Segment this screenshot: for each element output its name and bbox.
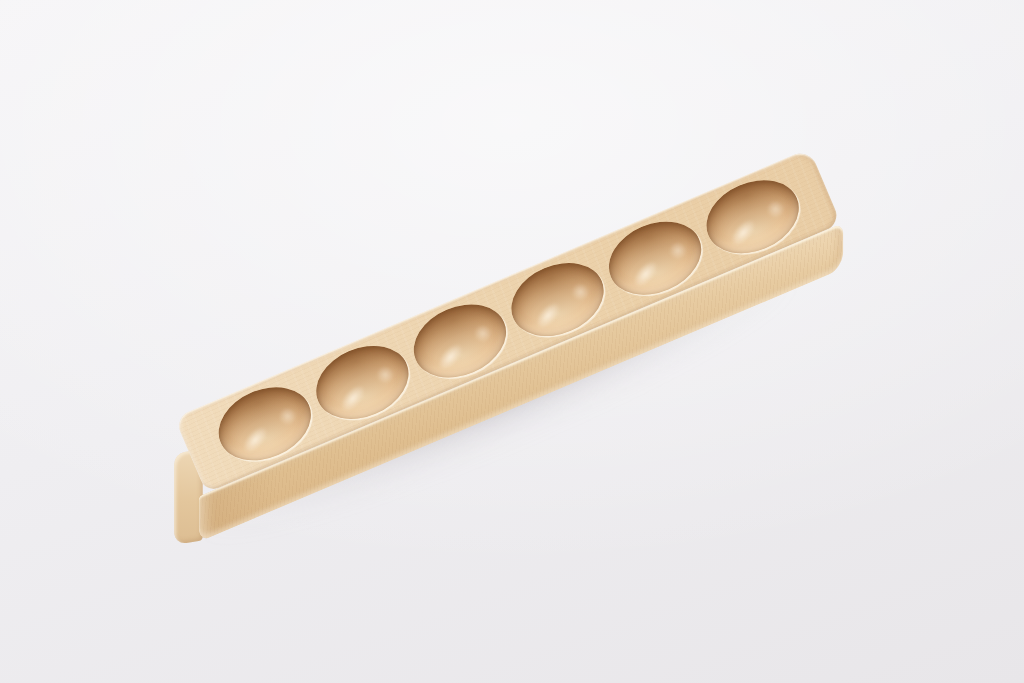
studio-backdrop xyxy=(0,0,1024,683)
